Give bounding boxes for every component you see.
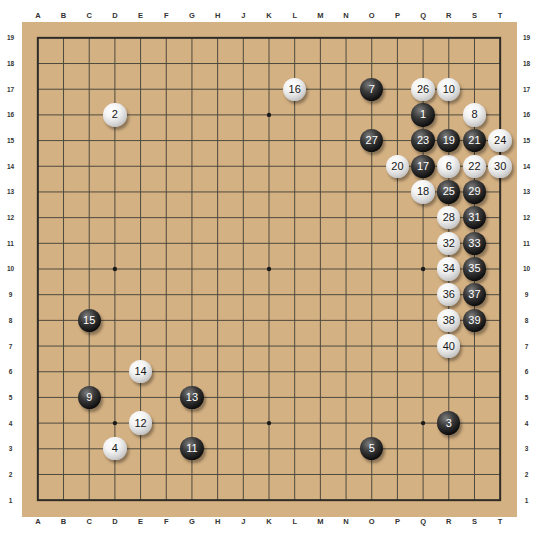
intersection-S8: 39 — [462, 308, 488, 334]
intersection-O17: 7 — [359, 76, 385, 102]
row-label-9: 9 — [516, 282, 537, 308]
col-label-H: H — [205, 513, 231, 529]
stone-white-E6-move-14: 14 — [129, 360, 152, 383]
col-label-S: S — [462, 7, 488, 23]
stone-black-S10-move-35: 35 — [463, 257, 486, 280]
row-label-18: 18 — [516, 51, 537, 77]
go-kifu-diagram: 1234567891011121314151617181920212223242… — [0, 0, 540, 540]
intersection-R12: 28 — [436, 205, 462, 231]
row-label-5: 5 — [516, 385, 537, 411]
col-label-R: R — [436, 7, 462, 23]
col-label-D: D — [102, 513, 128, 529]
intersection-R17: 10 — [436, 76, 462, 102]
intersection-O3: 5 — [359, 436, 385, 462]
go-board[interactable]: 1234567891011121314151617181920212223242… — [22, 22, 517, 517]
row-label-19: 19 — [516, 25, 537, 51]
row-labels-right: 19181716151413121110987654321 — [516, 25, 537, 513]
row-label-8: 8 — [0, 308, 21, 334]
stone-white-S14-move-22: 22 — [463, 155, 486, 178]
intersection-O15: 27 — [359, 128, 385, 154]
intersection-Q13: 18 — [410, 179, 436, 205]
col-label-P: P — [385, 7, 411, 23]
row-label-8: 8 — [516, 308, 537, 334]
column-labels-top: ABCDEFGHJKLMNOPQRST — [25, 7, 513, 23]
intersection-C5: 9 — [76, 385, 102, 411]
row-label-14: 14 — [516, 153, 537, 179]
stone-white-Q17-move-26: 26 — [411, 78, 434, 101]
row-label-14: 14 — [0, 153, 21, 179]
stone-black-S11-move-33: 33 — [463, 232, 486, 255]
row-label-16: 16 — [516, 102, 537, 128]
col-label-G: G — [179, 7, 205, 23]
col-label-Q: Q — [410, 7, 436, 23]
col-label-M: M — [308, 513, 334, 529]
stone-white-R8-move-38: 38 — [437, 309, 460, 332]
row-label-15: 15 — [0, 128, 21, 154]
row-label-1: 1 — [516, 487, 537, 513]
col-label-O: O — [359, 513, 385, 529]
col-label-N: N — [333, 513, 359, 529]
intersection-Q14: 17 — [410, 153, 436, 179]
stone-black-S12-move-31: 31 — [463, 206, 486, 229]
intersection-R15: 19 — [436, 128, 462, 154]
intersection-S10: 35 — [462, 256, 488, 282]
row-label-4: 4 — [0, 410, 21, 436]
col-label-C: C — [76, 7, 102, 23]
col-label-P: P — [385, 513, 411, 529]
stone-black-Q14-move-17: 17 — [411, 155, 434, 178]
col-label-A: A — [25, 7, 51, 23]
stone-black-S15-move-21: 21 — [463, 129, 486, 152]
col-label-K: K — [256, 7, 282, 23]
col-label-L: L — [282, 7, 308, 23]
intersection-Q15: 23 — [410, 128, 436, 154]
col-label-F: F — [153, 513, 179, 529]
row-label-2: 2 — [516, 462, 537, 488]
row-labels-left: 19181716151413121110987654321 — [0, 25, 21, 513]
col-label-F: F — [153, 7, 179, 23]
column-labels-bottom: ABCDEFGHJKLMNOPQRST — [25, 513, 513, 529]
stone-black-C8-move-15: 15 — [78, 309, 101, 332]
stone-white-T14-move-30: 30 — [488, 155, 511, 178]
stone-black-Q16-move-1: 1 — [411, 103, 434, 126]
col-label-B: B — [51, 7, 77, 23]
stone-white-S16-move-8: 8 — [463, 103, 486, 126]
intersection-S12: 31 — [462, 205, 488, 231]
row-label-18: 18 — [0, 51, 21, 77]
col-label-M: M — [308, 7, 334, 23]
row-label-13: 13 — [516, 179, 537, 205]
intersection-R11: 32 — [436, 230, 462, 256]
stone-white-R7-move-40: 40 — [437, 334, 460, 357]
stone-white-R9-move-36: 36 — [437, 283, 460, 306]
intersection-R9: 36 — [436, 282, 462, 308]
stone-white-R14-move-6: 6 — [437, 155, 460, 178]
stone-black-O15-move-27: 27 — [360, 129, 383, 152]
intersection-G5: 13 — [179, 385, 205, 411]
stone-black-G5-move-13: 13 — [180, 386, 203, 409]
stone-white-Q13-move-18: 18 — [411, 180, 434, 203]
row-label-15: 15 — [516, 128, 537, 154]
col-label-L: L — [282, 513, 308, 529]
stone-black-R13-move-25: 25 — [437, 180, 460, 203]
intersection-E4: 12 — [128, 410, 154, 436]
intersection-S9: 37 — [462, 282, 488, 308]
intersection-R13: 25 — [436, 179, 462, 205]
stone-black-Q15-move-23: 23 — [411, 129, 434, 152]
intersection-R14: 6 — [436, 153, 462, 179]
row-label-19: 19 — [0, 25, 21, 51]
row-label-11: 11 — [0, 230, 21, 256]
intersection-L17: 16 — [282, 76, 308, 102]
stone-white-T15-move-24: 24 — [488, 129, 511, 152]
stone-white-R12-move-28: 28 — [437, 206, 460, 229]
stones-layer: 1234567891011121314151617181920212223242… — [25, 25, 513, 513]
stone-white-D16-move-2: 2 — [103, 103, 126, 126]
row-label-10: 10 — [0, 256, 21, 282]
stone-white-P14-move-20: 20 — [386, 155, 409, 178]
intersection-T14: 30 — [487, 153, 513, 179]
stone-black-S8-move-39: 39 — [463, 309, 486, 332]
row-label-7: 7 — [516, 333, 537, 359]
row-label-12: 12 — [516, 205, 537, 231]
col-label-E: E — [128, 7, 154, 23]
col-label-T: T — [487, 7, 513, 23]
stone-black-S13-move-29: 29 — [463, 180, 486, 203]
col-label-N: N — [333, 7, 359, 23]
intersection-R10: 34 — [436, 256, 462, 282]
col-label-A: A — [25, 513, 51, 529]
intersection-S16: 8 — [462, 102, 488, 128]
col-label-K: K — [256, 513, 282, 529]
col-label-H: H — [205, 7, 231, 23]
row-label-2: 2 — [0, 462, 21, 488]
row-label-13: 13 — [0, 179, 21, 205]
col-label-C: C — [76, 513, 102, 529]
col-label-B: B — [51, 513, 77, 529]
intersection-S15: 21 — [462, 128, 488, 154]
col-label-J: J — [230, 7, 256, 23]
stone-white-E4-move-12: 12 — [129, 411, 152, 434]
col-label-G: G — [179, 513, 205, 529]
stone-black-O17-move-7: 7 — [360, 78, 383, 101]
stone-black-R15-move-19: 19 — [437, 129, 460, 152]
intersection-D3: 4 — [102, 436, 128, 462]
row-label-17: 17 — [516, 76, 537, 102]
stone-black-O3-move-5: 5 — [360, 437, 383, 460]
stone-white-R10-move-34: 34 — [437, 257, 460, 280]
intersection-G3: 11 — [179, 436, 205, 462]
row-label-6: 6 — [516, 359, 537, 385]
intersection-S14: 22 — [462, 153, 488, 179]
intersection-R4: 3 — [436, 410, 462, 436]
stone-white-D3-move-4: 4 — [103, 437, 126, 460]
stone-white-L17-move-16: 16 — [283, 78, 306, 101]
row-label-17: 17 — [0, 76, 21, 102]
row-label-3: 3 — [516, 436, 537, 462]
row-label-3: 3 — [0, 436, 21, 462]
intersection-Q16: 1 — [410, 102, 436, 128]
row-label-1: 1 — [0, 487, 21, 513]
row-label-4: 4 — [516, 410, 537, 436]
row-label-10: 10 — [516, 256, 537, 282]
intersection-R7: 40 — [436, 333, 462, 359]
row-label-16: 16 — [0, 102, 21, 128]
col-label-O: O — [359, 7, 385, 23]
intersection-T15: 24 — [487, 128, 513, 154]
intersection-C8: 15 — [76, 308, 102, 334]
col-label-T: T — [487, 513, 513, 529]
stone-black-G3-move-11: 11 — [180, 437, 203, 460]
stone-black-S9-move-37: 37 — [463, 283, 486, 306]
intersection-S11: 33 — [462, 230, 488, 256]
row-label-5: 5 — [0, 385, 21, 411]
row-label-9: 9 — [0, 282, 21, 308]
stone-black-C5-move-9: 9 — [78, 386, 101, 409]
row-label-6: 6 — [0, 359, 21, 385]
stone-white-R17-move-10: 10 — [437, 78, 460, 101]
col-label-R: R — [436, 513, 462, 529]
col-label-Q: Q — [410, 513, 436, 529]
row-label-11: 11 — [516, 230, 537, 256]
intersection-R8: 38 — [436, 308, 462, 334]
stone-black-R4-move-3: 3 — [437, 411, 460, 434]
row-label-7: 7 — [0, 333, 21, 359]
intersection-S13: 29 — [462, 179, 488, 205]
col-label-E: E — [128, 513, 154, 529]
intersection-D16: 2 — [102, 102, 128, 128]
intersection-Q17: 26 — [410, 76, 436, 102]
intersection-E6: 14 — [128, 359, 154, 385]
stone-white-R11-move-32: 32 — [437, 232, 460, 255]
col-label-S: S — [462, 513, 488, 529]
intersection-P14: 20 — [385, 153, 411, 179]
col-label-D: D — [102, 7, 128, 23]
row-label-12: 12 — [0, 205, 21, 231]
col-label-J: J — [230, 513, 256, 529]
